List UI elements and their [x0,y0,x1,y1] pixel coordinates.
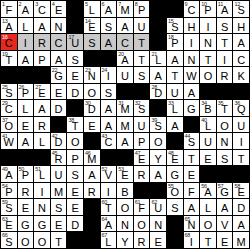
cell-r3c3[interactable]: R [34,34,50,50]
cell-number: 53 [118,166,124,172]
cell-letter: S [55,202,62,215]
cell-r10c14[interactable]: S [217,150,233,166]
cell-letter: R [38,37,46,50]
cell-r12c11[interactable]: 55O [167,183,183,199]
cell-r13c8[interactable]: O [117,199,133,215]
cell-r3c12[interactable]: I [184,34,200,50]
cell-letter: R [88,186,96,199]
cell-r11c5[interactable]: S [67,166,83,182]
cell-number: 46 [85,150,91,156]
cell-r14c7[interactable]: 64A [101,216,117,232]
cell-r15c7[interactable]: 67L [101,232,117,248]
cell-r1c3[interactable]: 3C [34,1,50,17]
cell-r11c11[interactable]: G [167,166,183,182]
cell-letter: O [121,202,130,215]
cell-r10c3 [34,150,50,166]
cell-r4c10[interactable]: 21L [150,51,166,67]
cell-r6c11[interactable]: U [167,84,183,100]
cell-letter: I [206,21,209,34]
cell-r7c14[interactable]: 35T [217,100,233,116]
cell-letter: M [120,120,129,133]
cell-r1c13[interactable]: 10P [200,1,216,17]
cell-r4c9[interactable]: T [134,51,150,67]
cell-r15c13[interactable]: T [200,232,216,248]
cell-letter: A [105,120,112,133]
cell-letter: I [190,37,193,50]
cell-letter: A [105,103,112,116]
cell-r10c1 [1,150,17,166]
cell-letter: C [55,37,63,50]
cell-number: 19 [2,51,8,57]
cell-r7c8[interactable]: 31M [117,100,133,116]
cell-letter: O [204,70,213,83]
cell-r1c9[interactable]: 8P [134,1,150,17]
cell-r12c15[interactable]: 58E [233,183,249,199]
cell-r6c2[interactable]: 26P [18,84,34,100]
cell-r7c1[interactable]: 29C [1,100,17,116]
cell-r8c9[interactable]: U [134,117,150,133]
cell-r15c1[interactable]: 66S [1,232,17,248]
cell-r12c2[interactable]: R [18,183,34,199]
cell-r8c12 [184,117,200,133]
cell-letter: U [121,70,129,83]
cell-r4c8[interactable]: 20A [117,51,133,67]
cell-r8c6[interactable]: E [84,117,100,133]
cell-r9c8[interactable]: A [117,133,133,149]
cell-r12c5[interactable]: E [67,183,83,199]
cell-r4c1[interactable]: 19T [1,51,17,67]
cell-r11c1[interactable]: 49A [1,166,17,182]
cell-r14c14[interactable]: V [217,216,233,232]
cell-letter: A [171,120,178,133]
cell-r6c5[interactable]: D [67,84,83,100]
cell-letter: U [138,21,146,34]
cell-letter: E [155,236,162,249]
cell-r3c10 [150,34,166,50]
cell-r3c4[interactable]: C [51,34,67,50]
cell-number: 38 [68,117,74,123]
cell-r3c11[interactable]: 18P [167,34,183,50]
cell-r1c4[interactable]: 4E [51,1,67,17]
cell-letter: L [89,4,95,17]
cell-r15c4[interactable]: T [51,232,67,248]
cell-r4c13[interactable]: T [200,51,216,67]
cell-r9c10[interactable]: O [150,133,166,149]
cell-r9c13[interactable]: U [200,133,216,149]
cell-r2c6[interactable]: 14E [84,18,100,34]
cell-letter: E [55,219,62,232]
cell-number: 7 [118,1,121,7]
cell-r13c7[interactable]: 60T [101,199,117,215]
cell-r2c9[interactable]: U [134,18,150,34]
cell-r5c4[interactable]: 22G [51,67,67,83]
cell-r15c3[interactable]: O [34,232,50,248]
cell-r10c2 [18,150,34,166]
cell-number: 59 [2,199,8,205]
cell-r7c13[interactable]: 34B [200,100,216,116]
cell-r1c12[interactable]: 9C [184,1,200,17]
cell-r5c10[interactable]: A [150,67,166,83]
cell-r9c14[interactable]: N [217,133,233,149]
cell-number: 51 [35,166,41,172]
cell-r13c5[interactable]: E [67,199,83,215]
cell-r15c15[interactable]: M [233,232,249,248]
cell-r9c4[interactable]: 42D [51,133,67,149]
cell-r14c3[interactable]: G [34,216,50,232]
cell-number: 40 [201,117,207,123]
cell-letter: A [171,54,178,67]
cell-letter: O [220,120,229,133]
cell-r2c1[interactable]: 13A [1,18,17,34]
cell-r8c15[interactable]: U [233,117,249,133]
cell-letter: O [71,136,80,149]
cell-r3c5[interactable]: 17U [67,34,83,50]
cell-letter: R [138,169,146,182]
cell-number: 6 [102,1,105,7]
cell-r12c4[interactable]: M [51,183,67,199]
cell-r6c15 [233,84,249,100]
cell-r8c11[interactable]: A [167,117,183,133]
cell-r14c15[interactable]: A [233,216,249,232]
cell-letter: S [88,37,95,50]
cell-r9c3[interactable]: L [34,133,50,149]
cell-r13c15[interactable]: D [233,199,249,215]
cell-r5c5[interactable]: E [67,67,83,83]
cell-letter: U [171,87,179,100]
cell-number: 39 [151,117,157,123]
cell-r13c1[interactable]: 59S [1,199,17,215]
cell-letter: W [186,70,196,83]
cell-r15c14[interactable]: E [217,232,233,248]
cell-r6c6[interactable]: O [84,84,100,100]
cell-r8c3[interactable]: R [34,117,50,133]
cell-r11c9[interactable]: R [134,166,150,182]
cell-r14c10[interactable]: N [150,216,166,232]
cell-r6c12[interactable]: A [184,84,200,100]
cell-r7c3[interactable]: A [34,100,50,116]
cell-r2c4[interactable]: N [51,18,67,34]
cell-r8c14[interactable]: O [217,117,233,133]
cell-r2c8[interactable]: A [117,18,133,34]
cell-number: 58 [234,183,240,189]
cell-letter: U [55,169,63,182]
cell-r11c8[interactable]: 53E [117,166,133,182]
cell-r15c2[interactable]: O [18,232,34,248]
cell-r2c15[interactable]: H [233,18,249,34]
cell-letter: A [22,4,29,17]
cell-r5c15[interactable]: K [233,67,249,83]
cell-r15c9[interactable]: R [134,232,150,248]
cell-r5c6[interactable]: 23N [84,67,100,83]
cell-letter: T [55,236,62,249]
cell-letter: A [38,21,45,34]
cell-number: 2 [19,1,22,7]
cell-r6c3[interactable]: 27E [34,84,50,100]
cell-r14c8[interactable]: N [117,216,133,232]
cell-r6c10[interactable]: 28D [150,84,166,100]
cell-r9c1[interactable]: 41W [1,133,17,149]
cell-r11c6[interactable]: A [84,166,100,182]
cell-letter: D [55,103,63,116]
cell-r5c2 [18,67,34,83]
cell-r12c9 [134,183,150,199]
cell-r5c14[interactable]: R [217,67,233,83]
cell-r14c9[interactable]: O [134,216,150,232]
cell-r4c3[interactable]: P [34,51,50,67]
cell-r2c7[interactable]: S [101,18,117,34]
cell-r7c6[interactable]: 30D [84,100,100,116]
cell-r11c2[interactable]: 50P [18,166,34,182]
cell-r10c5[interactable]: P [67,150,83,166]
cell-letter: A [188,202,195,215]
cell-r10c12[interactable]: T [184,150,200,166]
cell-r3c13[interactable]: N [200,34,216,50]
cell-number: 43 [102,133,108,139]
cell-number: 45 [52,150,58,156]
cell-number: 30 [85,100,91,106]
cell-r12c1[interactable]: 54P [1,183,17,199]
cell-letter: N [204,37,212,50]
cell-letter: D [71,219,79,232]
cell-r8c13[interactable]: 40L [200,117,216,133]
cell-r12c10 [150,183,166,199]
cell-r2c10 [150,18,166,34]
cell-r3c14[interactable]: T [217,34,233,50]
cell-r10c10[interactable]: Y [150,150,166,166]
cell-r15c12[interactable]: 68I [184,232,200,248]
cell-r15c10[interactable]: E [150,232,166,248]
cell-r2c14[interactable]: S [217,18,233,34]
cell-r7c15[interactable]: 36Q [233,100,249,116]
cell-r7c12[interactable]: G [184,100,200,116]
cell-r4c14[interactable]: I [217,51,233,67]
cell-r9c7[interactable]: 43C [101,133,117,149]
cell-r7c9[interactable]: 32S [134,100,150,116]
cell-r2c13[interactable]: I [200,18,216,34]
cell-letter: P [138,4,145,17]
cell-r12c13[interactable]: 56A [200,183,216,199]
cell-letter: I [190,236,193,249]
cell-letter: F [188,186,195,199]
cell-r3c7[interactable]: A [101,34,117,50]
cell-letter: R [38,120,46,133]
cell-r4c11[interactable]: A [167,51,183,67]
cell-r9c2[interactable]: A [18,133,34,149]
cell-r14c13[interactable]: O [200,216,216,232]
cell-r13c4[interactable]: S [51,199,67,215]
cell-number: 57 [218,183,224,189]
cell-letter: G [38,219,47,232]
cell-number: 52 [102,166,108,172]
cell-r8c7[interactable]: A [101,117,117,133]
cell-r2c11[interactable]: 15S [167,18,183,34]
cell-number: 60 [102,199,108,205]
cell-r11c13 [200,166,216,182]
cell-r1c1[interactable]: 1F [1,1,17,17]
cell-r9c9[interactable]: P [134,133,150,149]
cell-r13c10[interactable]: 62U [150,199,166,215]
cell-r2c12[interactable]: H [184,18,200,34]
cell-r5c9[interactable]: S [134,67,150,83]
cell-r1c6[interactable]: 5L [84,1,100,17]
cell-r13c12[interactable]: A [184,199,200,215]
cell-r11c12[interactable]: E [184,166,200,182]
cell-letter: D [71,87,79,100]
cell-r12c14[interactable]: 57G [217,183,233,199]
cell-letter: A [38,103,45,116]
cell-r7c2[interactable]: L [18,100,34,116]
cell-letter: T [238,153,245,166]
cell-letter: N [221,136,229,149]
cell-r4c4[interactable]: A [51,51,67,67]
cell-r10c6[interactable]: 46M [84,150,100,166]
cell-r13c9[interactable]: 61F [134,199,150,215]
cell-letter: O [137,219,146,232]
cell-letter: S [221,153,228,166]
cell-r14c4[interactable]: E [51,216,67,232]
cell-number: 33 [168,100,174,106]
cell-r3c2[interactable]: I [18,34,34,50]
cell-r10c13[interactable]: E [200,150,216,166]
cell-r11c7[interactable]: 52V [101,166,117,182]
cell-r8c10[interactable]: 39S [150,117,166,133]
cell-r6c1[interactable]: 25S [1,84,17,100]
cell-letter: O [154,136,163,149]
cell-r13c14[interactable]: A [217,199,233,215]
cell-r8c5[interactable]: 38T [67,117,83,133]
cell-letter: A [155,169,162,182]
cell-letter: A [88,169,95,182]
cell-r5c8[interactable]: U [117,67,133,83]
cell-r13c2[interactable]: E [18,199,34,215]
cell-r9c5[interactable]: O [67,133,83,149]
cell-letter: E [72,186,79,199]
cell-letter: C [38,4,46,17]
cell-r1c7[interactable]: 6A [101,1,117,17]
cell-letter: R [221,70,229,83]
cell-r15c6 [84,232,100,248]
cell-r9c12[interactable]: 44S [184,133,200,149]
cell-r11c4[interactable]: U [51,166,67,182]
cell-letter: G [187,103,196,116]
cell-number: 12 [234,1,240,7]
cell-r1c15[interactable]: 12S [233,1,249,17]
cell-number: 11 [218,1,223,7]
cell-r2c2[interactable]: L [18,18,34,34]
cell-r7c4[interactable]: D [51,100,67,116]
cell-r8c2[interactable]: E [18,117,34,133]
cell-r9c15[interactable]: I [233,133,249,149]
cell-r1c14[interactable]: 11A [217,1,233,17]
cell-number: 62 [151,199,157,205]
cell-r3c6[interactable]: S [84,34,100,50]
cell-r12c8[interactable]: B [117,183,133,199]
cell-letter: L [39,136,45,149]
cell-number: 24 [102,67,108,73]
cell-r12c12[interactable]: F [184,183,200,199]
cell-letter: N [38,202,46,215]
cell-r6c8 [117,84,133,100]
cell-r8c1[interactable]: 37O [1,117,17,133]
cell-r11c10[interactable]: A [150,166,166,182]
cell-r10c4[interactable]: 45R [51,150,67,166]
cell-r10c11[interactable]: 48E [167,150,183,166]
cell-r6c4[interactable]: E [51,84,67,100]
cell-number: 37 [2,117,8,123]
cell-r12c3[interactable]: I [34,183,50,199]
cell-r10c9[interactable]: 47E [134,150,150,166]
cell-r4c12[interactable]: N [184,51,200,67]
cell-r15c8[interactable]: Y [117,232,133,248]
cell-r5c12[interactable]: W [184,67,200,83]
cell-r12c6[interactable]: R [84,183,100,199]
cell-r8c8[interactable]: M [117,117,133,133]
cell-r3c8[interactable]: C [117,34,133,50]
cell-r1c8[interactable]: 7M [117,1,133,17]
cell-number: 23 [85,67,91,73]
cell-number: 66 [2,232,8,238]
cell-letter: I [107,186,110,199]
cell-r10c15[interactable]: T [233,150,249,166]
cell-r5c7[interactable]: 24I [101,67,117,83]
cell-number: 4 [52,1,55,7]
cell-r14c2[interactable]: G [18,216,34,232]
cell-r4c2[interactable]: A [18,51,34,67]
cell-r3c1[interactable]: 16C [1,34,17,50]
cell-r4c5[interactable]: S [67,51,83,67]
cell-letter: Y [155,153,162,166]
cell-letter: A [55,54,62,67]
cell-letter: Y [121,236,128,249]
cell-r7c11[interactable]: 33L [167,100,183,116]
cell-letter: L [22,21,28,34]
cell-letter: I [24,37,27,50]
cell-letter: U [237,120,245,133]
cell-r5c11[interactable]: T [167,67,183,83]
cell-r7c5 [67,100,83,116]
cell-number: 36 [234,100,240,106]
cell-r4c15[interactable]: C [233,51,249,67]
cell-r5c13[interactable]: O [200,67,216,83]
cell-number: 54 [2,183,8,189]
cell-r13c13[interactable]: L [200,199,216,215]
cell-number: 18 [168,34,174,40]
cell-r1c2[interactable]: 2A [18,1,34,17]
cell-r7c7[interactable]: A [101,100,117,116]
cell-r14c12[interactable]: 65N [184,216,200,232]
cell-r13c3[interactable]: N [34,199,50,215]
cell-letter: A [105,4,112,17]
cell-r9c11 [167,133,183,149]
cell-number: 47 [135,150,141,156]
cell-r2c3[interactable]: A [34,18,50,34]
cell-number: 63 [2,216,8,222]
cell-r3c9[interactable]: T [134,34,150,50]
cell-r12c7[interactable]: I [101,183,117,199]
cell-r11c3[interactable]: 51L [34,166,50,182]
cell-r13c11[interactable]: S [167,199,183,215]
cell-number: 35 [218,100,224,106]
cell-r3c15[interactable]: A [233,34,249,50]
cell-r4c7 [101,51,117,67]
cell-number: 1 [2,1,5,7]
cell-r5c1 [1,67,17,83]
cell-r14c1[interactable]: 63E [1,216,17,232]
cell-r6c7[interactable]: S [101,84,117,100]
cell-letter: A [238,37,245,50]
cell-r14c5[interactable]: D [67,216,83,232]
cell-number: 15 [168,18,174,24]
